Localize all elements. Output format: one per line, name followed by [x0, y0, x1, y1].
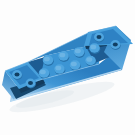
product-photo	[0, 0, 135, 135]
lego-brick-illustration	[0, 0, 135, 135]
